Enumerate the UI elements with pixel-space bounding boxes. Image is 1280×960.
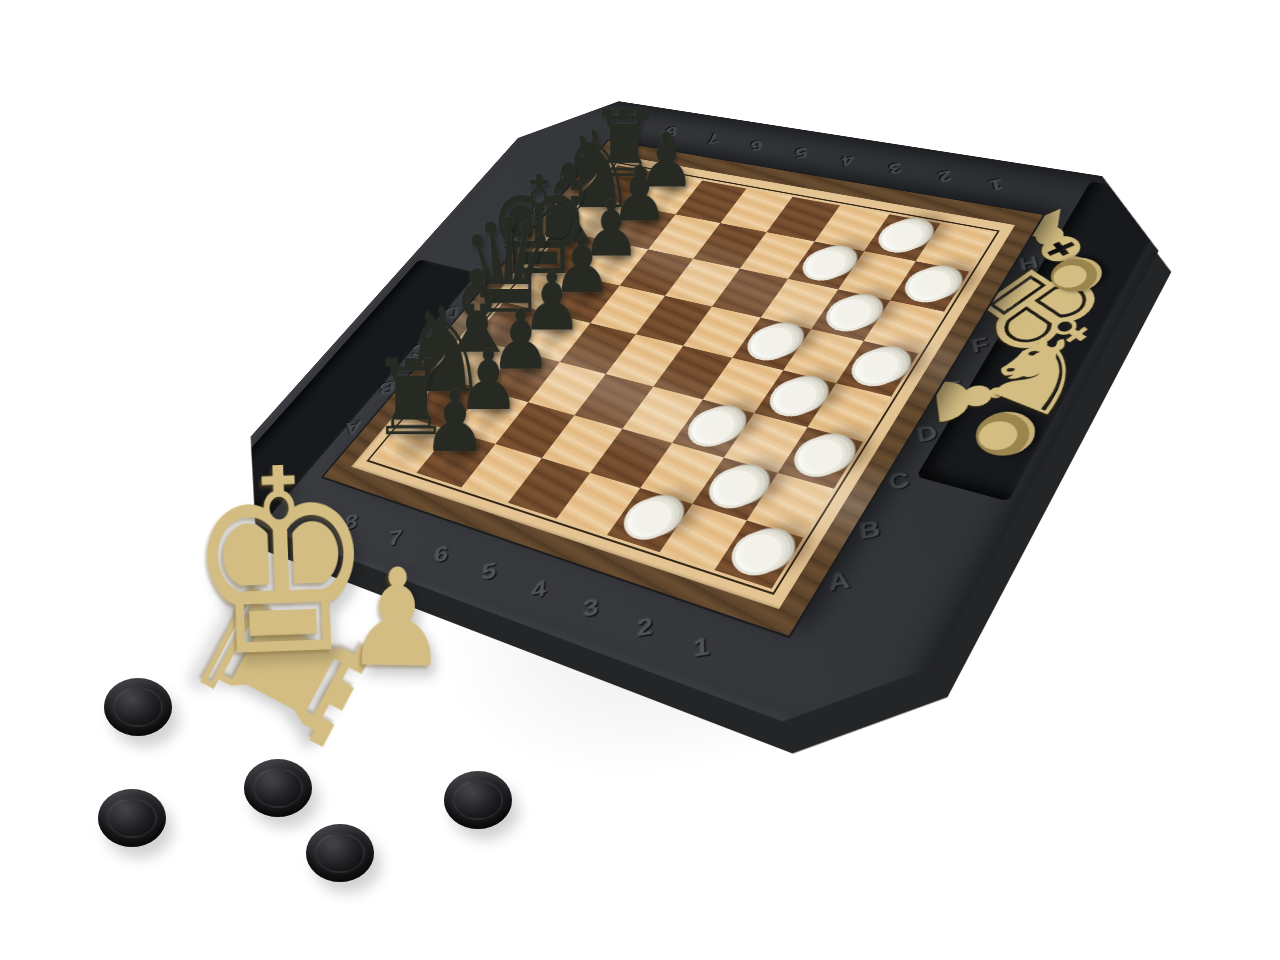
foreground-black-checker-1[interactable] [104,678,172,736]
white-checker-g1[interactable] [897,265,962,306]
rank-label-far-3: 3 [888,159,904,178]
rank-label-far-2: 2 [937,166,954,186]
white-checker-b2[interactable] [700,462,770,514]
rank-label-2: 2 [637,612,653,642]
file-label-B: B [858,515,882,545]
white-checker-e3[interactable] [739,321,804,364]
white-checker-a3[interactable] [614,493,684,546]
foreground-black-checker-3[interactable] [244,759,312,817]
foreground-black-checker-4[interactable] [306,824,374,882]
rank-label-far-4: 4 [840,151,855,170]
rank-label-1: 1 [693,632,710,663]
white-checker-a1[interactable] [722,526,795,582]
rank-label-3: 3 [583,593,599,622]
rank-label-4: 4 [531,575,547,603]
rank-label-far-7: 7 [707,130,719,148]
photo-stage: AABBCCDDEEFFGGHH1122334455667788 ♚♟♞♝ ♜♞… [0,0,1280,960]
rank-label-far-6: 6 [750,136,763,154]
rank-label-far-5: 5 [794,144,808,163]
white-checker-f2[interactable] [818,293,883,335]
white-checker-h2[interactable] [871,218,934,257]
white-checker-c1[interactable] [785,432,855,483]
rank-label-5: 5 [481,558,498,586]
foreground-black-checker-5[interactable] [444,771,512,829]
white-checker-d2[interactable] [761,374,828,421]
rank-label-far-1: 1 [987,175,1005,195]
file-label-A: A [827,566,851,597]
white-checker-e1[interactable] [843,345,910,391]
file-label-C: C [887,467,911,495]
foreground-black-checker-2[interactable] [98,789,166,847]
white-checker-c3[interactable] [679,404,746,452]
foreground-white-pawn-standing[interactable]: ♟ [344,550,449,687]
white-checker-g3[interactable] [795,245,858,284]
